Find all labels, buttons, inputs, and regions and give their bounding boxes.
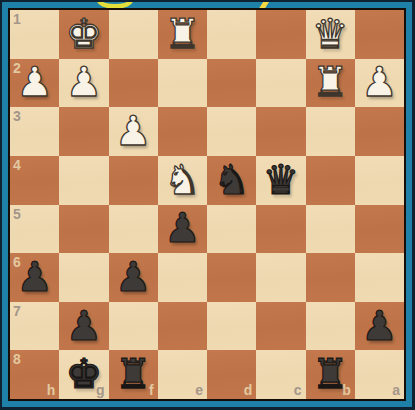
rank-label-2: 2 [13,60,21,76]
square-c6[interactable] [256,253,305,302]
square-g1[interactable]: ♚ [59,10,108,59]
square-g7[interactable]: ♟ [59,302,108,351]
square-d2[interactable] [207,59,256,108]
rank-label-6: 6 [13,254,21,270]
square-a1[interactable] [355,10,404,59]
square-e7[interactable] [158,302,207,351]
black-pawn[interactable]: ♟ [158,205,207,254]
square-f1[interactable] [109,10,158,59]
black-rook[interactable]: ♜ [109,350,158,399]
file-label-g: g [96,382,105,398]
square-a6[interactable] [355,253,404,302]
square-c4[interactable]: ♛ [256,156,305,205]
square-a7[interactable]: ♟ [355,302,404,351]
rank-label-3: 3 [13,108,21,124]
square-f4[interactable] [109,156,158,205]
square-e1[interactable]: ♜ [158,10,207,59]
file-label-f: f [149,382,154,398]
white-king[interactable]: ♚ [59,10,108,59]
white-pawn[interactable]: ♟ [109,107,158,156]
black-pawn[interactable]: ♟ [109,253,158,302]
square-f8[interactable]: f♜ [109,350,158,399]
black-rook[interactable]: ♜ [306,350,355,399]
rank-label-8: 8 [13,351,21,367]
square-h7[interactable]: 7 [10,302,59,351]
square-e5[interactable]: ♟ [158,205,207,254]
square-a8[interactable]: a [355,350,404,399]
square-c2[interactable] [256,59,305,108]
white-queen[interactable]: ♛ [306,10,355,59]
rank-label-5: 5 [13,206,21,222]
square-d4[interactable]: ♞ [207,156,256,205]
rank-label-1: 1 [13,11,21,27]
square-h8[interactable]: 8h [10,350,59,399]
square-a3[interactable] [355,107,404,156]
black-pawn[interactable]: ♟ [59,302,108,351]
rank-label-4: 4 [13,157,21,173]
black-pawn[interactable]: ♟ [355,302,404,351]
square-g5[interactable] [59,205,108,254]
square-b8[interactable]: b♜ [306,350,355,399]
square-b2[interactable]: ♜ [306,59,355,108]
square-e2[interactable] [158,59,207,108]
square-g2[interactable]: ♟ [59,59,108,108]
square-e6[interactable] [158,253,207,302]
square-b6[interactable] [306,253,355,302]
chess-app-window: 1♚♜♛2♟♟♜♟3♟4♞♞♛5♟6♟♟7♟♟8hg♚f♜edcb♜a [0,0,415,410]
chess-board: 1♚♜♛2♟♟♜♟3♟4♞♞♛5♟6♟♟7♟♟8hg♚f♜edcb♜a [10,10,404,399]
file-label-c: c [294,382,302,398]
square-e3[interactable] [158,107,207,156]
black-king[interactable]: ♚ [59,350,108,399]
square-h4[interactable]: 4 [10,156,59,205]
square-a4[interactable] [355,156,404,205]
board-border: 1♚♜♛2♟♟♜♟3♟4♞♞♛5♟6♟♟7♟♟8hg♚f♜edcb♜a [2,2,412,407]
square-d1[interactable] [207,10,256,59]
black-queen[interactable]: ♛ [256,156,305,205]
square-c5[interactable] [256,205,305,254]
square-a5[interactable] [355,205,404,254]
file-label-d: d [244,382,253,398]
white-pawn[interactable]: ♟ [355,59,404,108]
square-h5[interactable]: 5 [10,205,59,254]
square-c3[interactable] [256,107,305,156]
board-outline: 1♚♜♛2♟♟♜♟3♟4♞♞♛5♟6♟♟7♟♟8hg♚f♜edcb♜a [8,8,406,401]
white-pawn[interactable]: ♟ [59,59,108,108]
file-label-a: a [392,382,400,398]
square-b3[interactable] [306,107,355,156]
square-b7[interactable] [306,302,355,351]
square-c8[interactable]: c [256,350,305,399]
square-a2[interactable]: ♟ [355,59,404,108]
square-d6[interactable] [207,253,256,302]
white-knight[interactable]: ♞ [158,156,207,205]
square-g6[interactable] [59,253,108,302]
white-rook[interactable]: ♜ [306,59,355,108]
square-h2[interactable]: 2♟ [10,59,59,108]
white-rook[interactable]: ♜ [158,10,207,59]
square-h3[interactable]: 3 [10,107,59,156]
square-d5[interactable] [207,205,256,254]
square-d7[interactable] [207,302,256,351]
black-pawn[interactable]: ♟ [10,253,59,302]
square-g4[interactable] [59,156,108,205]
square-c7[interactable] [256,302,305,351]
square-e4[interactable]: ♞ [158,156,207,205]
rank-label-7: 7 [13,303,21,319]
square-f6[interactable]: ♟ [109,253,158,302]
square-b4[interactable] [306,156,355,205]
square-e8[interactable]: e [158,350,207,399]
square-h1[interactable]: 1 [10,10,59,59]
square-f2[interactable] [109,59,158,108]
square-h6[interactable]: 6♟ [10,253,59,302]
white-pawn[interactable]: ♟ [10,59,59,108]
square-b1[interactable]: ♛ [306,10,355,59]
square-d8[interactable]: d [207,350,256,399]
square-f5[interactable] [109,205,158,254]
square-c1[interactable] [256,10,305,59]
square-g3[interactable] [59,107,108,156]
square-b5[interactable] [306,205,355,254]
file-label-h: h [47,382,56,398]
square-f7[interactable] [109,302,158,351]
file-label-b: b [342,382,351,398]
black-knight[interactable]: ♞ [207,156,256,205]
file-label-e: e [195,382,203,398]
square-d3[interactable] [207,107,256,156]
square-f3[interactable]: ♟ [109,107,158,156]
square-g8[interactable]: g♚ [59,350,108,399]
